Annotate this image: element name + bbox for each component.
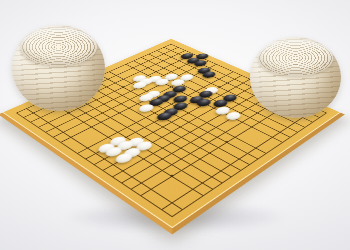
bowl-lid-icon bbox=[20, 28, 96, 66]
photo-scene bbox=[0, 0, 350, 250]
hoshi-point bbox=[121, 86, 125, 88]
stone-bowl-left[interactable] bbox=[12, 25, 105, 111]
bowl-lid-icon bbox=[258, 40, 333, 76]
hoshi-point bbox=[225, 141, 230, 144]
hoshi-point bbox=[218, 86, 222, 88]
stone-bowl-right[interactable] bbox=[250, 37, 341, 118]
hoshi-point bbox=[169, 175, 174, 178]
hoshi-point bbox=[169, 63, 173, 65]
